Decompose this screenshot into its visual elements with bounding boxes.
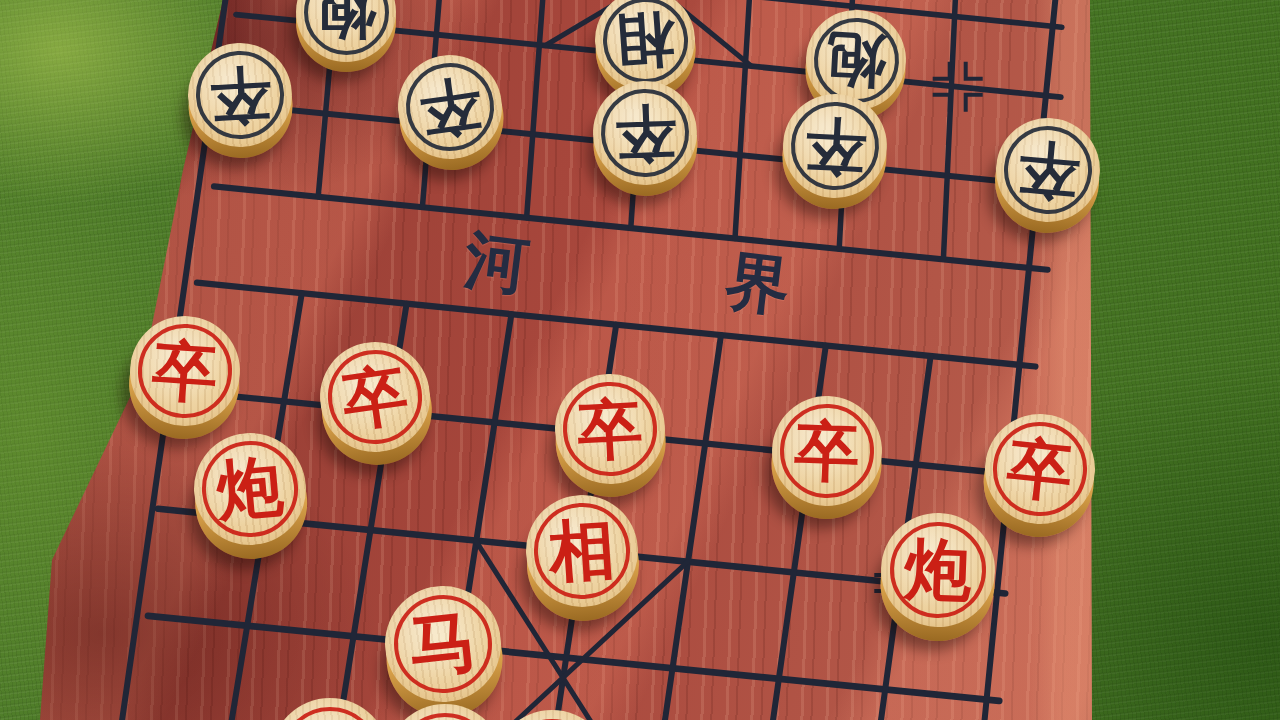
piece-top-face: 仕 <box>386 704 504 720</box>
piece-black-soldier[interactable]: 卒 <box>992 114 1105 227</box>
piece-character: 卒 <box>613 101 676 164</box>
piece-character: 卒 <box>338 360 411 433</box>
river-label-he: 河 <box>460 216 534 310</box>
piece-character: 相 <box>614 9 677 72</box>
piece-red-elephant[interactable]: 相 <box>271 698 389 720</box>
piece-character: 炮 <box>317 0 376 42</box>
piece-red-soldier[interactable]: 卒 <box>980 409 1101 530</box>
piece-character: 卒 <box>793 417 860 484</box>
piece-top-face: 相 <box>271 698 389 720</box>
piece-red-cannon[interactable]: 炮 <box>879 511 997 629</box>
piece-character: 卒 <box>208 63 272 127</box>
piece-red-king[interactable]: 帅 <box>493 710 611 720</box>
piece-character: 炮 <box>214 453 286 525</box>
piece-character: 炮 <box>903 535 972 604</box>
piece-black-soldier[interactable]: 卒 <box>591 79 699 187</box>
piece-character: 相 <box>547 516 617 586</box>
piece-black-soldier[interactable]: 卒 <box>185 40 294 149</box>
piece-red-soldier[interactable]: 卒 <box>770 394 884 508</box>
piece-character: 马 <box>406 607 481 682</box>
river-label-jie: 界 <box>721 237 795 331</box>
piece-red-elephant-centre[interactable]: 相 <box>522 491 642 611</box>
piece-character: 卒 <box>1015 137 1081 203</box>
piece-red-soldier[interactable]: 卒 <box>552 371 668 487</box>
piece-black-soldier[interactable]: 卒 <box>391 48 508 165</box>
piece-black-cannon[interactable]: 炮 <box>296 0 396 62</box>
piece-character: 卒 <box>576 395 644 463</box>
piece-red-cannon[interactable]: 炮 <box>189 428 310 549</box>
piece-red-soldier[interactable]: 卒 <box>126 312 243 429</box>
piece-character: 卒 <box>803 114 867 178</box>
piece-character: 卒 <box>416 73 485 142</box>
piece-top-face: 帅 <box>493 710 611 720</box>
piece-character: 炮 <box>825 29 887 91</box>
scene: 河界 炮相炮卒卒卒卒卒卒卒卒卒卒炮相炮马相仕帅 <box>0 0 1280 720</box>
piece-red-soldier[interactable]: 卒 <box>313 335 437 459</box>
piece-red-advisor[interactable]: 仕 <box>386 704 504 720</box>
piece-character: 卒 <box>1004 433 1075 504</box>
piece-character: 卒 <box>150 336 219 405</box>
piece-black-soldier[interactable]: 卒 <box>780 91 889 200</box>
piece-red-horse[interactable]: 马 <box>379 580 506 707</box>
